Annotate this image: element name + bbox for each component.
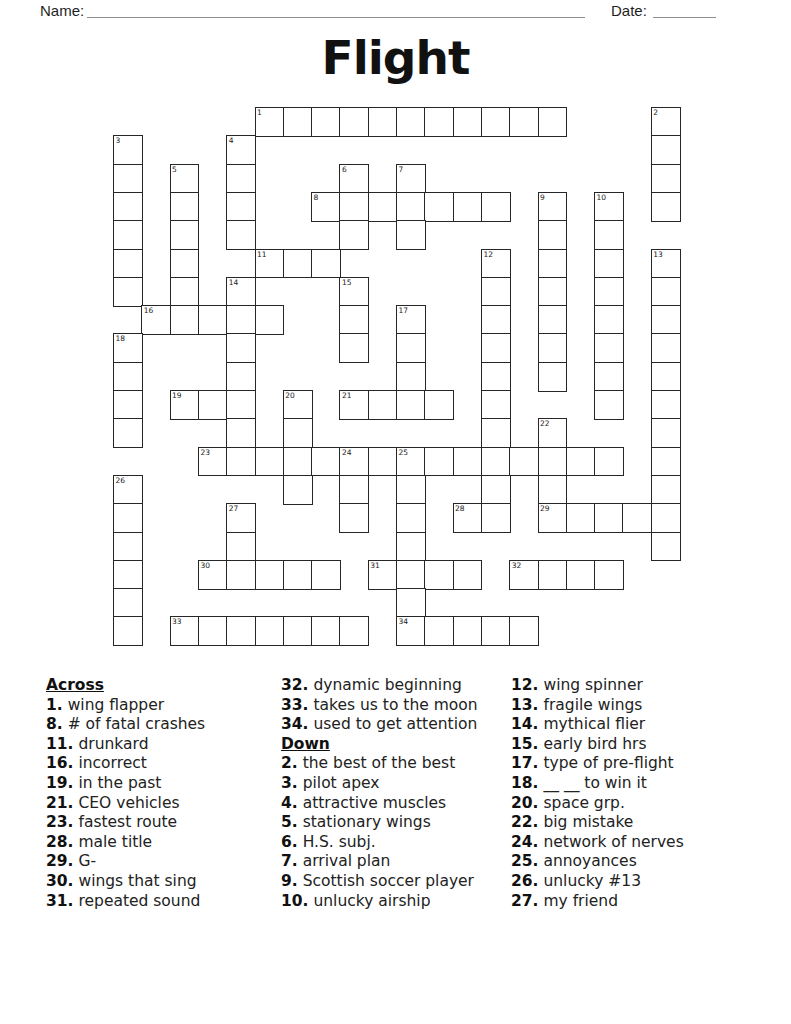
grid-cell[interactable] xyxy=(396,333,426,363)
name-label: Name: xyxy=(40,2,84,19)
clue-number-4: 4 xyxy=(229,136,234,145)
grid-cell[interactable]: 28 xyxy=(453,503,483,533)
grid-cell[interactable] xyxy=(396,588,426,618)
grid-cell[interactable] xyxy=(481,390,511,420)
grid-cell[interactable]: 16 xyxy=(141,305,171,335)
clue-down-24: 24.network of nerves xyxy=(511,833,743,853)
grid-cell[interactable]: 18 xyxy=(113,333,143,363)
grid-cell[interactable] xyxy=(255,616,285,646)
grid-cell[interactable] xyxy=(113,390,143,420)
clue-down-27: 27.my friend xyxy=(511,892,743,912)
clue-number-14: 14 xyxy=(229,278,239,287)
grid-cell[interactable] xyxy=(226,390,256,420)
clue-number-6: 6 xyxy=(342,165,347,174)
clue-number-7: 7 xyxy=(399,165,404,174)
grid-cell[interactable] xyxy=(283,418,313,448)
grid-cell[interactable]: 21 xyxy=(339,390,369,420)
grid-cell[interactable] xyxy=(481,475,511,505)
grid-cell[interactable]: 10 xyxy=(594,192,624,222)
grid-cell[interactable] xyxy=(538,277,568,307)
clue-number-12: 12 xyxy=(483,250,493,259)
grid-cell[interactable] xyxy=(566,447,596,477)
clue-number-32: 32 xyxy=(512,561,522,570)
grid-cell[interactable] xyxy=(594,277,624,307)
grid-cell[interactable] xyxy=(594,249,624,279)
grid-cell[interactable]: 30 xyxy=(198,560,228,590)
clue-down-10: 10.unlucky airship xyxy=(281,892,513,912)
grid-cell[interactable] xyxy=(481,616,511,646)
grid-cell[interactable]: 11 xyxy=(255,249,285,279)
grid-cell[interactable]: 3 xyxy=(113,135,143,165)
clue-number-27: 27 xyxy=(229,504,239,513)
clue-number-16: 16 xyxy=(144,306,154,315)
grid-cell[interactable] xyxy=(226,560,256,590)
clue-down-25: 25.annoyances xyxy=(511,852,743,872)
grid-cell[interactable]: 2 xyxy=(651,107,681,137)
clue-number-13: 13 xyxy=(653,250,663,259)
grid-cell[interactable]: 27 xyxy=(226,503,256,533)
grid-cell[interactable] xyxy=(651,532,681,562)
grid-cell[interactable]: 4 xyxy=(226,135,256,165)
down-header: Down xyxy=(281,735,513,755)
grid-cell[interactable] xyxy=(538,560,568,590)
clue-number-9: 9 xyxy=(540,193,545,202)
grid-cell[interactable] xyxy=(170,305,200,335)
clue-number-30: 30 xyxy=(200,561,210,570)
grid-cell[interactable] xyxy=(481,305,511,335)
grid-cell[interactable]: 26 xyxy=(113,475,143,505)
grid-cell[interactable] xyxy=(226,447,256,477)
grid-cell[interactable]: 13 xyxy=(651,249,681,279)
grid-cell[interactable] xyxy=(594,305,624,335)
clue-number-31: 31 xyxy=(370,561,380,570)
grid-cell[interactable]: 19 xyxy=(170,390,200,420)
clue-across-11: 11.drunkard xyxy=(46,735,278,755)
grid-cell[interactable]: 5 xyxy=(170,164,200,194)
clue-number-15: 15 xyxy=(342,278,352,287)
grid-cell[interactable] xyxy=(538,475,568,505)
grid-cell[interactable] xyxy=(651,390,681,420)
grid-cell[interactable] xyxy=(538,333,568,363)
grid-cell[interactable] xyxy=(113,532,143,562)
grid-cell[interactable] xyxy=(651,447,681,477)
grid-cell[interactable] xyxy=(594,560,624,590)
clue-down-7: 7.arrival plan xyxy=(281,852,513,872)
grid-cell[interactable] xyxy=(339,475,369,505)
grid-cell[interactable] xyxy=(255,305,285,335)
clue-across-31: 31.repeated sound xyxy=(46,892,278,912)
grid-cell[interactable] xyxy=(113,249,143,279)
clue-down-9: 9.Scottish soccer player xyxy=(281,872,513,892)
grid-cell[interactable] xyxy=(339,333,369,363)
grid-cell[interactable] xyxy=(113,503,143,533)
grid-cell[interactable] xyxy=(339,305,369,335)
grid-cell[interactable]: 22 xyxy=(538,418,568,448)
grid-cell[interactable] xyxy=(226,532,256,562)
grid-cell[interactable]: 12 xyxy=(481,249,511,279)
grid-cell[interactable]: 6 xyxy=(339,164,369,194)
grid-cell[interactable] xyxy=(396,107,426,137)
grid-cell[interactable] xyxy=(538,447,568,477)
grid-cell[interactable]: 31 xyxy=(368,560,398,590)
grid-cell[interactable] xyxy=(226,305,256,335)
grid-cell[interactable] xyxy=(594,503,624,533)
clue-number-19: 19 xyxy=(172,391,182,400)
grid-cell[interactable] xyxy=(226,418,256,448)
worksheet-page: Name: Date: Flight 123456789101112131415… xyxy=(0,0,791,1024)
clue-down-12: 12.wing spinner xyxy=(511,676,743,696)
grid-cell[interactable] xyxy=(651,333,681,363)
grid-cell[interactable] xyxy=(509,616,539,646)
clue-across-19: 19.in the past xyxy=(46,774,278,794)
clue-number-24: 24 xyxy=(342,448,352,457)
grid-cell[interactable]: 9 xyxy=(538,192,568,222)
grid-cell[interactable]: 32 xyxy=(509,560,539,590)
clue-across-16: 16.incorrect xyxy=(46,754,278,774)
grid-cell[interactable] xyxy=(113,277,143,307)
grid-cell[interactable] xyxy=(311,560,341,590)
clue-number-1: 1 xyxy=(257,108,262,117)
grid-cell[interactable] xyxy=(198,390,228,420)
grid-cell[interactable] xyxy=(509,447,539,477)
grid-cell[interactable] xyxy=(311,249,341,279)
clue-across-32: 32.dynamic beginning xyxy=(281,676,513,696)
grid-cell[interactable] xyxy=(339,503,369,533)
clue-down-2: 2.the best of the best xyxy=(281,754,513,774)
grid-cell[interactable] xyxy=(198,305,228,335)
grid-cell[interactable] xyxy=(453,616,483,646)
grid-cell[interactable] xyxy=(113,164,143,194)
grid-cell[interactable] xyxy=(538,220,568,250)
grid-cell[interactable]: 8 xyxy=(311,192,341,222)
clue-down-4: 4.attractive muscles xyxy=(281,794,513,814)
grid-cell[interactable]: 7 xyxy=(396,164,426,194)
grid-cell[interactable] xyxy=(170,220,200,250)
grid-cell[interactable] xyxy=(396,362,426,392)
grid-cell[interactable] xyxy=(594,220,624,250)
grid-cell[interactable]: 23 xyxy=(198,447,228,477)
grid-cell[interactable] xyxy=(396,532,426,562)
grid-cell[interactable] xyxy=(113,418,143,448)
clue-across-33: 33.takes us to the moon xyxy=(281,696,513,716)
grid-cell[interactable] xyxy=(311,616,341,646)
grid-cell[interactable] xyxy=(509,107,539,137)
grid-cell[interactable] xyxy=(538,305,568,335)
grid-cell[interactable] xyxy=(368,390,398,420)
grid-cell[interactable]: 14 xyxy=(226,277,256,307)
grid-cell[interactable] xyxy=(198,616,228,646)
clue-number-29: 29 xyxy=(540,504,550,513)
grid-cell[interactable] xyxy=(424,192,454,222)
grid-cell[interactable] xyxy=(226,362,256,392)
clue-down-18: 18.__ __ to win it xyxy=(511,774,743,794)
grid-cell[interactable] xyxy=(538,107,568,137)
grid-cell[interactable] xyxy=(453,107,483,137)
clue-down-22: 22.big mistake xyxy=(511,813,743,833)
clue-number-11: 11 xyxy=(257,250,267,259)
grid-cell[interactable] xyxy=(651,503,681,533)
clue-number-8: 8 xyxy=(314,193,319,202)
grid-cell[interactable] xyxy=(396,503,426,533)
clue-number-5: 5 xyxy=(172,165,177,174)
clue-down-17: 17.type of pre-flight xyxy=(511,754,743,774)
clue-down-13: 13.fragile wings xyxy=(511,696,743,716)
grid-cell[interactable] xyxy=(226,333,256,363)
grid-cell[interactable] xyxy=(226,192,256,222)
grid-cell[interactable] xyxy=(283,249,313,279)
grid-cell[interactable]: 1 xyxy=(255,107,285,137)
grid-cell[interactable] xyxy=(651,192,681,222)
grid-cell[interactable]: 17 xyxy=(396,305,426,335)
clue-across-1: 1.wing flapper xyxy=(46,696,278,716)
grid-cell[interactable] xyxy=(113,220,143,250)
grid-cell[interactable] xyxy=(424,390,454,420)
clue-down-5: 5.stationary wings xyxy=(281,813,513,833)
clue-column-3: 12.wing spinner13.fragile wings14.mythic… xyxy=(511,676,743,911)
grid-cell[interactable] xyxy=(339,107,369,137)
grid-cell[interactable] xyxy=(255,447,285,477)
grid-cell[interactable] xyxy=(396,560,426,590)
grid-cell[interactable] xyxy=(538,249,568,279)
grid-cell[interactable] xyxy=(226,164,256,194)
clue-number-3: 3 xyxy=(116,136,121,145)
grid-cell[interactable] xyxy=(594,362,624,392)
grid-cell[interactable] xyxy=(113,192,143,222)
name-blank-line[interactable] xyxy=(87,1,585,18)
grid-cell[interactable] xyxy=(594,333,624,363)
clue-across-8: 8.# of fatal crashes xyxy=(46,715,278,735)
grid-cell[interactable] xyxy=(651,164,681,194)
clue-number-21: 21 xyxy=(342,391,352,400)
clue-across-30: 30.wings that sing xyxy=(46,872,278,892)
clue-number-22: 22 xyxy=(540,419,550,428)
grid-cell[interactable] xyxy=(339,616,369,646)
grid-cell[interactable] xyxy=(453,560,483,590)
grid-cell[interactable] xyxy=(113,616,143,646)
grid-cell[interactable] xyxy=(283,560,313,590)
grid-cell[interactable] xyxy=(424,107,454,137)
grid-cell[interactable] xyxy=(396,390,426,420)
grid-cell[interactable] xyxy=(113,362,143,392)
grid-cell[interactable] xyxy=(113,588,143,618)
clue-number-17: 17 xyxy=(399,306,409,315)
grid-cell[interactable] xyxy=(566,560,596,590)
grid-cell[interactable] xyxy=(368,447,398,477)
clue-across-23: 23.fastest route xyxy=(46,813,278,833)
clue-down-14: 14.mythical flier xyxy=(511,715,743,735)
clue-across-29: 29.G- xyxy=(46,852,278,872)
grid-cell[interactable] xyxy=(339,192,369,222)
clue-across-21: 21.CEO vehicles xyxy=(46,794,278,814)
clue-down-3: 3.pilot apex xyxy=(281,774,513,794)
grid-cell[interactable] xyxy=(538,362,568,392)
grid-cell[interactable] xyxy=(113,560,143,590)
grid-cell[interactable] xyxy=(453,192,483,222)
grid-cell[interactable] xyxy=(651,135,681,165)
clue-number-26: 26 xyxy=(116,476,126,485)
grid-cell[interactable] xyxy=(226,616,256,646)
grid-cell[interactable] xyxy=(339,220,369,250)
clue-number-34: 34 xyxy=(399,617,409,626)
grid-cell[interactable] xyxy=(396,192,426,222)
clue-number-23: 23 xyxy=(200,448,210,457)
grid-cell[interactable] xyxy=(424,447,454,477)
clue-number-25: 25 xyxy=(399,448,409,457)
grid-cell[interactable] xyxy=(481,277,511,307)
clue-number-20: 20 xyxy=(285,391,295,400)
grid-cell[interactable] xyxy=(481,362,511,392)
grid-cell[interactable]: 15 xyxy=(339,277,369,307)
grid-cell[interactable] xyxy=(283,447,313,477)
grid-cell[interactable] xyxy=(594,390,624,420)
grid-cell[interactable] xyxy=(594,447,624,477)
grid-cell[interactable] xyxy=(481,107,511,137)
grid-cell[interactable]: 24 xyxy=(339,447,369,477)
grid-cell[interactable] xyxy=(651,362,681,392)
grid-cell[interactable] xyxy=(311,447,341,477)
clue-number-28: 28 xyxy=(455,504,465,513)
grid-cell[interactable]: 20 xyxy=(283,390,313,420)
grid-cell[interactable] xyxy=(481,333,511,363)
grid-cell[interactable] xyxy=(424,560,454,590)
grid-cell[interactable] xyxy=(566,503,596,533)
grid-cell[interactable] xyxy=(453,447,483,477)
grid-cell[interactable] xyxy=(283,616,313,646)
grid-cell[interactable] xyxy=(651,475,681,505)
clue-number-2: 2 xyxy=(653,108,658,117)
grid-cell[interactable]: 33 xyxy=(170,616,200,646)
clue-number-33: 33 xyxy=(172,617,182,626)
grid-cell[interactable]: 29 xyxy=(538,503,568,533)
across-header: Across xyxy=(46,676,278,696)
grid-cell[interactable] xyxy=(255,560,285,590)
grid-cell[interactable]: 34 xyxy=(396,616,426,646)
grid-cell[interactable] xyxy=(651,305,681,335)
grid-cell[interactable] xyxy=(481,192,511,222)
grid-cell[interactable]: 25 xyxy=(396,447,426,477)
clue-across-34: 34.used to get attention xyxy=(281,715,513,735)
clue-column-2: 32.dynamic beginning33.takes us to the m… xyxy=(281,676,513,911)
clue-number-10: 10 xyxy=(597,193,607,202)
grid-cell[interactable] xyxy=(396,475,426,505)
clue-down-6: 6.H.S. subj. xyxy=(281,833,513,853)
grid-cell[interactable] xyxy=(481,418,511,448)
grid-cell[interactable] xyxy=(283,107,313,137)
date-label: Date: xyxy=(611,2,647,19)
clue-number-18: 18 xyxy=(116,334,126,343)
grid-cell[interactable] xyxy=(170,277,200,307)
grid-cell[interactable] xyxy=(368,107,398,137)
clue-down-15: 15.early bird hrs xyxy=(511,735,743,755)
grid-cell[interactable] xyxy=(481,503,511,533)
grid-cell[interactable] xyxy=(396,220,426,250)
clue-column-1: Across1.wing flapper8.# of fatal crashes… xyxy=(46,676,278,911)
grid-cell[interactable] xyxy=(651,277,681,307)
grid-cell[interactable] xyxy=(283,475,313,505)
clue-across-28: 28.male title xyxy=(46,833,278,853)
page-title: Flight xyxy=(0,30,791,85)
date-blank-line[interactable] xyxy=(653,1,716,18)
grid-cell[interactable] xyxy=(622,503,652,533)
grid-cell[interactable] xyxy=(651,418,681,448)
grid-cell[interactable] xyxy=(368,192,398,222)
grid-cell[interactable] xyxy=(481,447,511,477)
grid-cell[interactable] xyxy=(170,192,200,222)
clue-down-20: 20.space grp. xyxy=(511,794,743,814)
clue-down-26: 26.unlucky #13 xyxy=(511,872,743,892)
grid-cell[interactable] xyxy=(424,616,454,646)
grid-cell[interactable] xyxy=(226,220,256,250)
grid-cell[interactable] xyxy=(170,249,200,279)
grid-cell[interactable] xyxy=(311,107,341,137)
